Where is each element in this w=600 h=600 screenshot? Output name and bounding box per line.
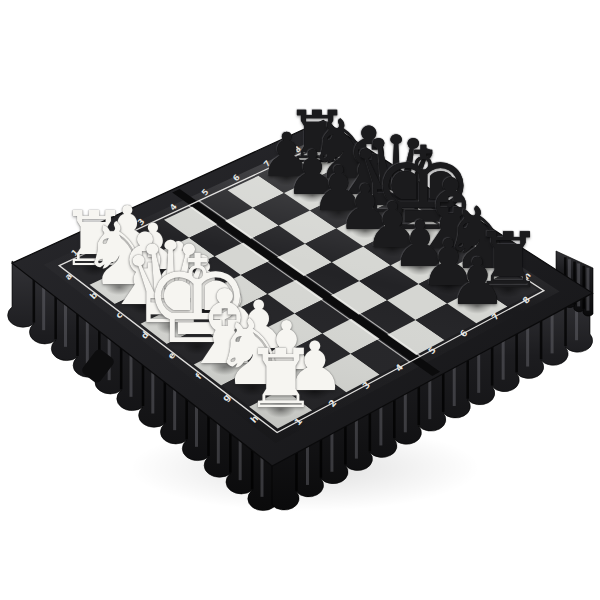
product-photo-chess-set: aabbccddeeffgghh1122334455667788 ♜♟♞♟♝♟♛…: [0, 0, 600, 600]
chess-set-graphic: aabbccddeeffgghh1122334455667788: [0, 0, 600, 600]
